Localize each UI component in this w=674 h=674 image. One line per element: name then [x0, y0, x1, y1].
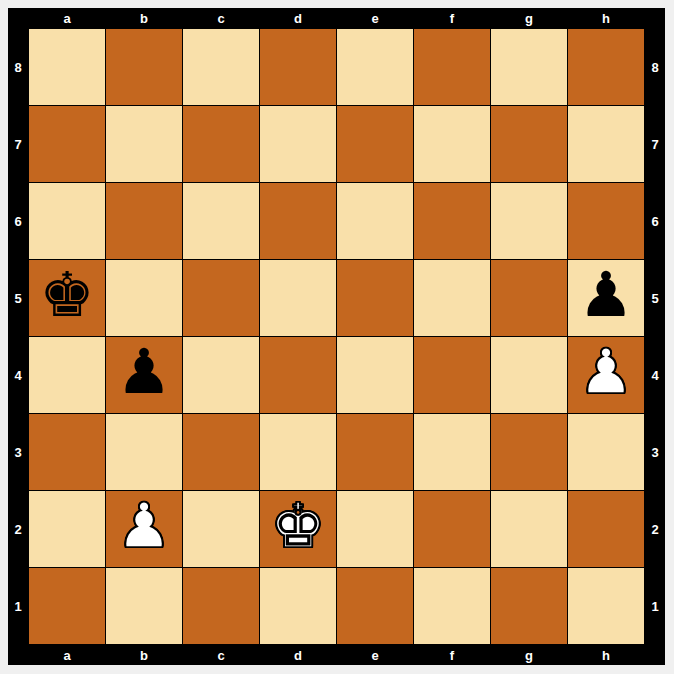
black-king[interactable]: ♚ [39, 257, 95, 333]
rank-label-5: 5 [8, 260, 28, 336]
file-label-e: e [337, 8, 413, 28]
square-e2[interactable] [337, 491, 413, 567]
square-a3[interactable] [29, 414, 105, 490]
file-label-g: g [491, 645, 567, 665]
square-e6[interactable] [337, 183, 413, 259]
square-g8[interactable] [491, 29, 567, 105]
square-d5[interactable] [260, 260, 336, 336]
rank-label-4: 4 [645, 337, 665, 413]
square-a1[interactable] [29, 568, 105, 644]
square-c6[interactable] [183, 183, 259, 259]
rank-label-7: 7 [8, 106, 28, 182]
square-h5[interactable]: ♟ [568, 260, 644, 336]
white-king[interactable]: ♚ [270, 488, 326, 564]
square-d8[interactable] [260, 29, 336, 105]
square-c5[interactable] [183, 260, 259, 336]
white-pawn[interactable]: ♟ [578, 334, 634, 410]
black-pawn[interactable]: ♟ [116, 334, 172, 410]
rank-label-5: 5 [645, 260, 665, 336]
rank-label-8: 8 [8, 29, 28, 105]
frame-corner [645, 645, 665, 665]
file-label-b: b [106, 645, 182, 665]
square-f1[interactable] [414, 568, 490, 644]
square-c8[interactable] [183, 29, 259, 105]
square-e8[interactable] [337, 29, 413, 105]
rank-label-2: 2 [8, 491, 28, 567]
file-label-h: h [568, 8, 644, 28]
rank-label-6: 6 [8, 183, 28, 259]
file-label-d: d [260, 645, 336, 665]
square-a4[interactable] [29, 337, 105, 413]
file-label-g: g [491, 8, 567, 28]
rank-label-1: 1 [8, 568, 28, 644]
square-h2[interactable] [568, 491, 644, 567]
square-a5[interactable]: ♚ [29, 260, 105, 336]
square-g2[interactable] [491, 491, 567, 567]
square-h4[interactable]: ♟ [568, 337, 644, 413]
square-f2[interactable] [414, 491, 490, 567]
square-g5[interactable] [491, 260, 567, 336]
file-label-a: a [29, 8, 105, 28]
file-label-c: c [183, 645, 259, 665]
square-d7[interactable] [260, 106, 336, 182]
square-g3[interactable] [491, 414, 567, 490]
square-e1[interactable] [337, 568, 413, 644]
chess-board: abcdefgh8877665♚♟54♟♟4332♟♚211abcdefgh [8, 8, 665, 665]
square-d1[interactable] [260, 568, 336, 644]
frame-corner [8, 645, 28, 665]
square-b6[interactable] [106, 183, 182, 259]
file-label-h: h [568, 645, 644, 665]
square-f3[interactable] [414, 414, 490, 490]
file-label-e: e [337, 645, 413, 665]
square-g6[interactable] [491, 183, 567, 259]
square-h3[interactable] [568, 414, 644, 490]
square-b1[interactable] [106, 568, 182, 644]
square-h8[interactable] [568, 29, 644, 105]
file-label-a: a [29, 645, 105, 665]
square-f4[interactable] [414, 337, 490, 413]
frame-corner [645, 8, 665, 28]
square-c2[interactable] [183, 491, 259, 567]
square-g1[interactable] [491, 568, 567, 644]
square-a6[interactable] [29, 183, 105, 259]
square-c3[interactable] [183, 414, 259, 490]
rank-label-6: 6 [645, 183, 665, 259]
square-b3[interactable] [106, 414, 182, 490]
square-b4[interactable]: ♟ [106, 337, 182, 413]
square-d3[interactable] [260, 414, 336, 490]
square-e4[interactable] [337, 337, 413, 413]
file-label-c: c [183, 8, 259, 28]
square-e5[interactable] [337, 260, 413, 336]
square-e7[interactable] [337, 106, 413, 182]
square-h1[interactable] [568, 568, 644, 644]
square-b8[interactable] [106, 29, 182, 105]
file-label-f: f [414, 8, 490, 28]
square-f5[interactable] [414, 260, 490, 336]
square-c4[interactable] [183, 337, 259, 413]
square-h6[interactable] [568, 183, 644, 259]
file-label-d: d [260, 8, 336, 28]
square-a8[interactable] [29, 29, 105, 105]
black-pawn[interactable]: ♟ [578, 257, 634, 333]
chess-diagram-page: abcdefgh8877665♚♟54♟♟4332♟♚211abcdefgh [0, 0, 674, 674]
rank-label-7: 7 [645, 106, 665, 182]
frame-corner [8, 8, 28, 28]
square-b7[interactable] [106, 106, 182, 182]
rank-label-8: 8 [645, 29, 665, 105]
file-label-f: f [414, 645, 490, 665]
square-a7[interactable] [29, 106, 105, 182]
square-d4[interactable] [260, 337, 336, 413]
square-c1[interactable] [183, 568, 259, 644]
square-h7[interactable] [568, 106, 644, 182]
rank-label-3: 3 [8, 414, 28, 490]
square-a2[interactable] [29, 491, 105, 567]
square-e3[interactable] [337, 414, 413, 490]
rank-label-1: 1 [645, 568, 665, 644]
square-c7[interactable] [183, 106, 259, 182]
square-b2[interactable]: ♟ [106, 491, 182, 567]
rank-label-4: 4 [8, 337, 28, 413]
square-f8[interactable] [414, 29, 490, 105]
square-g4[interactable] [491, 337, 567, 413]
square-d6[interactable] [260, 183, 336, 259]
square-g7[interactable] [491, 106, 567, 182]
square-f7[interactable] [414, 106, 490, 182]
square-f6[interactable] [414, 183, 490, 259]
square-d2[interactable]: ♚ [260, 491, 336, 567]
square-b5[interactable] [106, 260, 182, 336]
rank-label-2: 2 [645, 491, 665, 567]
rank-label-3: 3 [645, 414, 665, 490]
file-label-b: b [106, 8, 182, 28]
white-pawn[interactable]: ♟ [116, 488, 172, 564]
